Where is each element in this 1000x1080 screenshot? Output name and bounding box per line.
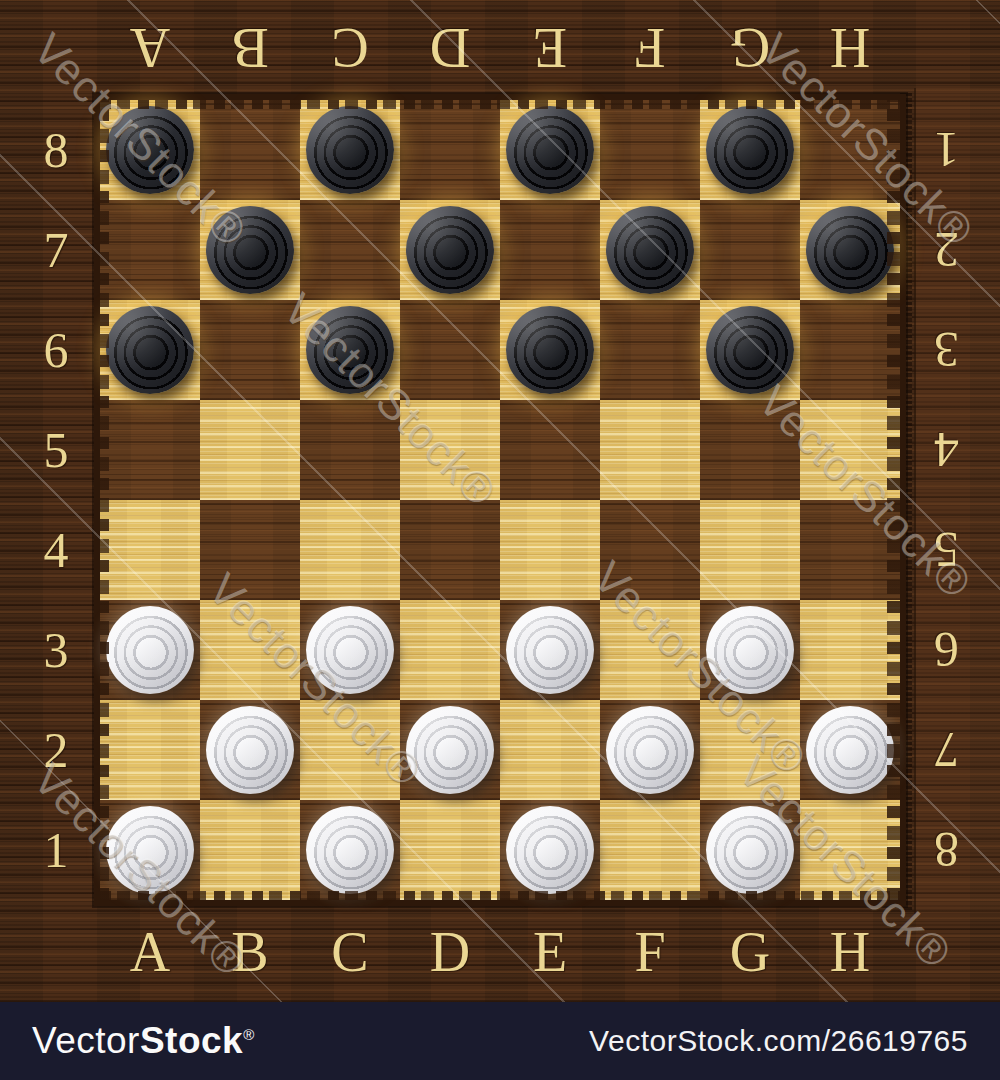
square-h2[interactable]: [800, 700, 900, 800]
square-e7[interactable]: [500, 200, 600, 300]
square-b2[interactable]: [200, 700, 300, 800]
rank-right-label-6: 6: [934, 600, 959, 700]
square-e2[interactable]: [500, 700, 600, 800]
square-a1[interactable]: [100, 800, 200, 900]
rank-left-label-5: 5: [44, 400, 69, 500]
white-checker-c3[interactable]: [306, 606, 394, 694]
square-a8[interactable]: [100, 100, 200, 200]
square-a6[interactable]: [100, 300, 200, 400]
file-bottom-label-b: B: [200, 924, 300, 980]
square-c6[interactable]: [300, 300, 400, 400]
square-d5[interactable]: [400, 400, 500, 500]
square-g3[interactable]: [700, 600, 800, 700]
file-top-label-a: A: [100, 20, 200, 76]
white-checker-a3[interactable]: [106, 606, 194, 694]
black-checker-b7[interactable]: [206, 206, 294, 294]
white-checker-f2[interactable]: [606, 706, 694, 794]
square-h8[interactable]: [800, 100, 900, 200]
white-checker-a1[interactable]: [106, 806, 194, 894]
black-checker-c8[interactable]: [306, 106, 394, 194]
square-h4[interactable]: [800, 500, 900, 600]
square-c7[interactable]: [300, 200, 400, 300]
square-d1[interactable]: [400, 800, 500, 900]
black-checker-a8[interactable]: [106, 106, 194, 194]
rank-right-label-3: 3: [934, 300, 959, 400]
wooden-table: ABCDEFGH ABCDEFGH 87654321 12345678: [0, 0, 1000, 1002]
file-top-label-e: E: [500, 20, 600, 76]
footer-bar: VectorStock® VectorStock.com/26619765: [0, 1002, 1000, 1080]
square-e5[interactable]: [500, 400, 600, 500]
square-a4[interactable]: [100, 500, 200, 600]
rank-right-label-5: 5: [934, 500, 959, 600]
square-g8[interactable]: [700, 100, 800, 200]
square-b3[interactable]: [200, 600, 300, 700]
black-checker-d7[interactable]: [406, 206, 494, 294]
square-d8[interactable]: [400, 100, 500, 200]
square-c4[interactable]: [300, 500, 400, 600]
square-f6[interactable]: [600, 300, 700, 400]
rank-left-label-7: 7: [44, 200, 69, 300]
black-checker-g8[interactable]: [706, 106, 794, 194]
rank-left-label-4: 4: [44, 500, 69, 600]
square-b5[interactable]: [200, 400, 300, 500]
square-h6[interactable]: [800, 300, 900, 400]
black-checker-f7[interactable]: [606, 206, 694, 294]
square-f3[interactable]: [600, 600, 700, 700]
white-checker-e3[interactable]: [506, 606, 594, 694]
logo-stock: Stock: [140, 1020, 243, 1061]
rank-right-label-7: 7: [934, 700, 959, 800]
black-checker-e6[interactable]: [506, 306, 594, 394]
file-bottom-label-c: C: [300, 924, 400, 980]
vectorstock-logo: VectorStock®: [32, 1020, 255, 1062]
white-checker-c1[interactable]: [306, 806, 394, 894]
file-bottom-label-g: G: [700, 924, 800, 980]
rank-left-label-1: 1: [44, 800, 69, 900]
white-checker-b2[interactable]: [206, 706, 294, 794]
black-checker-c6[interactable]: [306, 306, 394, 394]
square-f5[interactable]: [600, 400, 700, 500]
rank-left-label-6: 6: [44, 300, 69, 400]
file-top-label-h: H: [800, 20, 900, 76]
square-g1[interactable]: [700, 800, 800, 900]
square-e6[interactable]: [500, 300, 600, 400]
square-f1[interactable]: [600, 800, 700, 900]
square-b7[interactable]: [200, 200, 300, 300]
rank-right-label-1: 1: [934, 100, 959, 200]
file-top-label-d: D: [400, 20, 500, 76]
square-b8[interactable]: [200, 100, 300, 200]
square-f7[interactable]: [600, 200, 700, 300]
square-h5[interactable]: [800, 400, 900, 500]
square-f2[interactable]: [600, 700, 700, 800]
square-g5[interactable]: [700, 400, 800, 500]
square-h1[interactable]: [800, 800, 900, 900]
rank-labels-right: 12345678: [898, 100, 994, 900]
rank-left-label-8: 8: [44, 100, 69, 200]
square-c2[interactable]: [300, 700, 400, 800]
square-d6[interactable]: [400, 300, 500, 400]
stock-image-canvas: ABCDEFGH ABCDEFGH 87654321 12345678 Vect…: [0, 0, 1000, 1080]
square-e3[interactable]: [500, 600, 600, 700]
square-b1[interactable]: [200, 800, 300, 900]
file-bottom-label-f: F: [600, 924, 700, 980]
registered-mark: ®: [243, 1026, 255, 1043]
square-f8[interactable]: [600, 100, 700, 200]
square-c5[interactable]: [300, 400, 400, 500]
square-d7[interactable]: [400, 200, 500, 300]
white-checker-e1[interactable]: [506, 806, 594, 894]
file-top-label-g: G: [700, 20, 800, 76]
image-url: VectorStock.com/26619765: [589, 1024, 968, 1058]
rank-left-label-3: 3: [44, 600, 69, 700]
square-d3[interactable]: [400, 600, 500, 700]
square-b4[interactable]: [200, 500, 300, 600]
square-a5[interactable]: [100, 400, 200, 500]
rank-right-label-2: 2: [934, 200, 959, 300]
file-bottom-label-d: D: [400, 924, 500, 980]
square-a2[interactable]: [100, 700, 200, 800]
black-checker-e8[interactable]: [506, 106, 594, 194]
square-d2[interactable]: [400, 700, 500, 800]
square-d4[interactable]: [400, 500, 500, 600]
file-labels-bottom: ABCDEFGH: [100, 906, 900, 998]
square-h7[interactable]: [800, 200, 900, 300]
file-bottom-label-e: E: [500, 924, 600, 980]
square-g2[interactable]: [700, 700, 800, 800]
logo-vector: Vector: [32, 1020, 140, 1061]
square-g7[interactable]: [700, 200, 800, 300]
square-b6[interactable]: [200, 300, 300, 400]
file-bottom-label-a: A: [100, 924, 200, 980]
square-c8[interactable]: [300, 100, 400, 200]
square-c1[interactable]: [300, 800, 400, 900]
square-e4[interactable]: [500, 500, 600, 600]
file-labels-top: ABCDEFGH: [100, 2, 900, 94]
square-e8[interactable]: [500, 100, 600, 200]
black-checker-g6[interactable]: [706, 306, 794, 394]
square-a7[interactable]: [100, 200, 200, 300]
square-g4[interactable]: [700, 500, 800, 600]
rank-left-label-2: 2: [44, 700, 69, 800]
white-checker-h2[interactable]: [806, 706, 894, 794]
checkers-board: [94, 94, 906, 906]
black-checker-h7[interactable]: [806, 206, 894, 294]
black-checker-a6[interactable]: [106, 306, 194, 394]
square-c3[interactable]: [300, 600, 400, 700]
rank-labels-left: 87654321: [8, 100, 104, 900]
white-checker-d2[interactable]: [406, 706, 494, 794]
square-a3[interactable]: [100, 600, 200, 700]
file-bottom-label-h: H: [800, 924, 900, 980]
rank-right-label-4: 4: [934, 400, 959, 500]
file-top-label-f: F: [600, 20, 700, 76]
file-top-label-c: C: [300, 20, 400, 76]
white-checker-g3[interactable]: [706, 606, 794, 694]
rank-right-label-8: 8: [934, 800, 959, 900]
square-e1[interactable]: [500, 800, 600, 900]
square-f4[interactable]: [600, 500, 700, 600]
white-checker-g1[interactable]: [706, 806, 794, 894]
square-g6[interactable]: [700, 300, 800, 400]
square-h3[interactable]: [800, 600, 900, 700]
file-top-label-b: B: [200, 20, 300, 76]
